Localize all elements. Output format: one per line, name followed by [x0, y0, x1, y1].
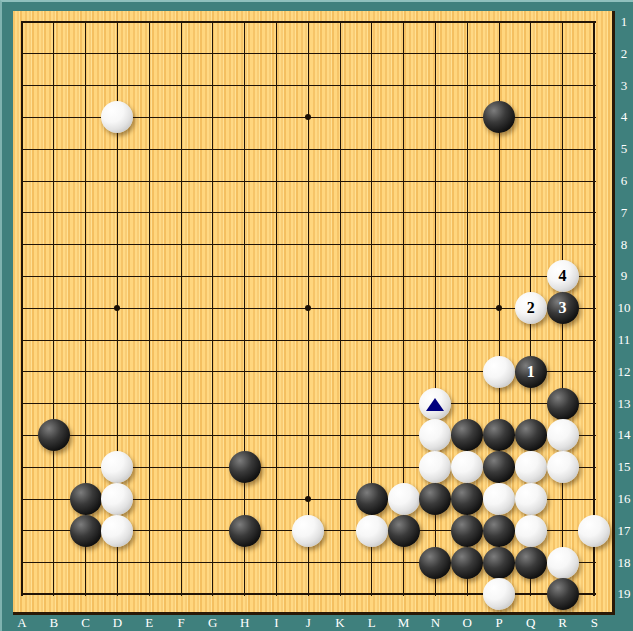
- col-label-D: D: [107, 615, 127, 631]
- stone-white-N14: [419, 419, 451, 451]
- stone-black-N16: [419, 483, 451, 515]
- star-point: [305, 114, 311, 120]
- stone-white-N13: [419, 388, 451, 420]
- row-label-17: 17: [614, 523, 633, 539]
- stone-white-D17: [101, 515, 133, 547]
- col-label-E: E: [139, 615, 159, 631]
- move-number: 4: [559, 268, 567, 284]
- stone-black-R10: 3: [547, 292, 579, 324]
- row-label-14: 14: [614, 427, 633, 443]
- stone-black-H17: [229, 515, 261, 547]
- row-label-19: 19: [614, 586, 633, 602]
- star-point: [496, 305, 502, 311]
- stone-white-R18: [547, 547, 579, 579]
- board-frame: 4231 ABCDEFGHIJKLMNOPQRS 123456789101112…: [0, 0, 633, 631]
- stone-white-D16: [101, 483, 133, 515]
- stone-black-Q12: 1: [515, 356, 547, 388]
- row-label-7: 7: [614, 205, 633, 221]
- stone-white-N15: [419, 451, 451, 483]
- stone-white-S17: [578, 515, 610, 547]
- col-label-N: N: [425, 615, 445, 631]
- col-label-Q: Q: [521, 615, 541, 631]
- row-label-11: 11: [614, 332, 633, 348]
- col-label-K: K: [330, 615, 350, 631]
- stone-black-C16: [70, 483, 102, 515]
- stone-black-B14: [38, 419, 70, 451]
- col-label-M: M: [394, 615, 414, 631]
- row-label-4: 4: [614, 109, 633, 125]
- col-label-S: S: [584, 615, 604, 631]
- move-number: 2: [527, 300, 535, 316]
- stone-black-P18: [483, 547, 515, 579]
- stone-black-L16: [356, 483, 388, 515]
- stone-black-C17: [70, 515, 102, 547]
- grid-line-horizontal: [21, 276, 596, 277]
- stone-white-Q17: [515, 515, 547, 547]
- stone-black-R13: [547, 388, 579, 420]
- stone-white-O15: [451, 451, 483, 483]
- star-point: [305, 305, 311, 311]
- stone-black-O14: [451, 419, 483, 451]
- stone-white-R9: 4: [547, 260, 579, 292]
- grid-line-horizontal: [21, 53, 596, 54]
- grid-line-horizontal: [21, 212, 596, 213]
- grid-line-horizontal: [21, 403, 596, 404]
- stone-white-P16: [483, 483, 515, 515]
- stone-white-Q16: [515, 483, 547, 515]
- col-label-A: A: [12, 615, 32, 631]
- row-label-15: 15: [614, 459, 633, 475]
- col-label-J: J: [298, 615, 318, 631]
- row-label-2: 2: [614, 46, 633, 62]
- col-label-F: F: [171, 615, 191, 631]
- grid-line-horizontal: [21, 181, 596, 182]
- grid-line-horizontal: [21, 340, 596, 341]
- col-label-P: P: [489, 615, 509, 631]
- grid-line-horizontal: [21, 244, 596, 245]
- col-label-R: R: [553, 615, 573, 631]
- col-label-O: O: [457, 615, 477, 631]
- stone-black-M17: [388, 515, 420, 547]
- stone-white-J17: [292, 515, 324, 547]
- stone-white-D15: [101, 451, 133, 483]
- star-point: [305, 496, 311, 502]
- stone-black-P17: [483, 515, 515, 547]
- stone-black-N18: [419, 547, 451, 579]
- stone-white-R14: [547, 419, 579, 451]
- move-number: 3: [559, 300, 567, 316]
- move-number: 1: [527, 364, 535, 380]
- row-label-6: 6: [614, 173, 633, 189]
- row-label-1: 1: [614, 14, 633, 30]
- grid-line-horizontal: [21, 85, 596, 86]
- stone-black-O17: [451, 515, 483, 547]
- stone-black-P15: [483, 451, 515, 483]
- stone-black-O18: [451, 547, 483, 579]
- row-label-18: 18: [614, 555, 633, 571]
- row-label-13: 13: [614, 396, 633, 412]
- stone-white-R15: [547, 451, 579, 483]
- stone-white-L17: [356, 515, 388, 547]
- stone-white-P19: [483, 578, 515, 610]
- stone-white-Q15: [515, 451, 547, 483]
- stone-white-Q10: 2: [515, 292, 547, 324]
- stone-black-P4: [483, 101, 515, 133]
- grid-line-horizontal: [21, 21, 596, 23]
- grid-line-horizontal: [21, 149, 596, 150]
- row-label-12: 12: [614, 364, 633, 380]
- col-label-H: H: [235, 615, 255, 631]
- col-label-B: B: [44, 615, 64, 631]
- col-label-G: G: [203, 615, 223, 631]
- stone-black-H15: [229, 451, 261, 483]
- star-point: [114, 305, 120, 311]
- stone-white-P12: [483, 356, 515, 388]
- stone-black-R19: [547, 578, 579, 610]
- stone-white-M16: [388, 483, 420, 515]
- triangle-mark-icon: [426, 398, 444, 411]
- stone-black-Q14: [515, 419, 547, 451]
- row-label-16: 16: [614, 491, 633, 507]
- row-label-10: 10: [614, 300, 633, 316]
- stone-black-Q18: [515, 547, 547, 579]
- row-label-9: 9: [614, 268, 633, 284]
- stone-black-O16: [451, 483, 483, 515]
- col-label-C: C: [76, 615, 96, 631]
- col-label-L: L: [362, 615, 382, 631]
- row-label-3: 3: [614, 78, 633, 94]
- row-label-8: 8: [614, 237, 633, 253]
- stone-black-P14: [483, 419, 515, 451]
- go-board[interactable]: 4231: [13, 11, 615, 615]
- stone-white-D4: [101, 101, 133, 133]
- col-label-I: I: [266, 615, 286, 631]
- row-label-5: 5: [614, 141, 633, 157]
